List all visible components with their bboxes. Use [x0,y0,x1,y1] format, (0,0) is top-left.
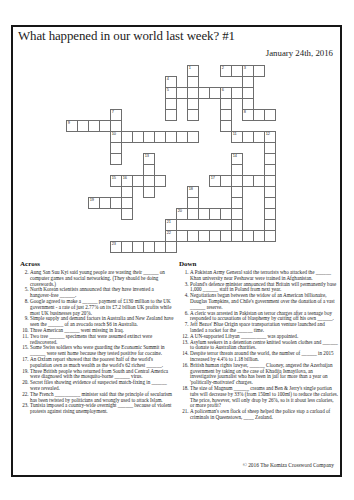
clue-number: 18. [179,386,190,409]
clue-number: 1. [179,270,190,282]
clue-text: Aung San Suu Kyi said young people are w… [30,270,175,287]
cell-number: 1 [189,66,191,70]
grid-cell[interactable] [187,131,199,143]
clue-item: 23.Tunisia imposed a country-wide overni… [20,403,175,415]
cell-number: 4 [167,77,169,81]
page-date: January 24th, 2016 [266,48,333,58]
cell-number: 5 [167,88,169,92]
clue-text: Google agreed to make a ______ payment o… [30,299,175,316]
across-clue-list: 2.Aung San Suu Kyi said young people are… [20,270,175,415]
grid-cell[interactable] [165,109,177,121]
cell-number: 3 [244,66,246,70]
grid-cell[interactable] [110,153,122,165]
cell-number: 10 [112,132,116,136]
clue-number: 8. [20,299,30,316]
crossword-worksheet-page: { "page": { "title": "What happened in o… [0,0,354,500]
clue-number: 21. [179,409,190,421]
clue-number: 14. [179,351,190,363]
clue-item: 18.The size of Magnum ______ creams and … [179,386,338,409]
clue-text: The size of Magnum ______ creams and Ben… [190,386,338,409]
cell-number: 20 [178,209,182,213]
grid-cell[interactable] [187,109,199,121]
grid-cell[interactable] [264,109,276,121]
clue-text: Secret files showing evidence of suspect… [30,380,175,392]
down-heading: Down [179,260,338,268]
clue-number: 2. [20,270,30,287]
cell-number: 12 [266,132,270,136]
clue-item: 14.Despite terror threats around the wor… [179,351,338,363]
clue-item: 16.British human rights lawyer, ______ C… [179,363,338,386]
cell-number: 13 [145,154,149,158]
clue-number: 23. [20,403,30,415]
grid-cell[interactable] [143,186,155,198]
clue-text: An Oxfam report showed that the poorest … [30,357,175,369]
cell-number: 11 [233,132,237,136]
clue-item: 20.Secret files showing evidence of susp… [20,380,175,392]
grid-cell[interactable] [264,230,276,242]
clue-item: 4.Negotiations began between the widow o… [179,293,338,310]
clue-item: 21.A policeman's own flock of sheep help… [179,409,338,421]
clue-item: 8.Google agreed to make a ______ payment… [20,299,175,316]
cell-number: 17 [211,176,215,180]
cell-number: 8 [244,110,246,114]
clue-number: 17. [20,357,30,369]
grid-cell[interactable] [253,65,265,77]
across-heading: Across [20,260,175,268]
clue-text: Despite terror threats around the world,… [190,351,338,363]
cell-number: 19 [90,198,94,202]
clue-number: 20. [20,380,30,392]
cell-number: 22 [167,231,171,235]
grid-cell[interactable] [165,241,177,253]
clue-text: Tunisia imposed a country-wide overnight… [30,403,175,415]
clue-number: 4. [179,293,190,310]
cell-number: 21 [167,220,171,224]
grid-cell[interactable] [154,175,166,187]
clue-text: A Pakistan Army General said the terrori… [190,270,338,282]
page-title: What happened in our world last week? #1 [18,29,235,44]
clue-text: British human rights lawyer, ______ Cloo… [190,363,338,386]
cell-number: 9 [68,121,70,125]
across-clues-section: Across 2.Aung San Suu Kyi said young peo… [20,260,175,415]
clue-item: 1.A Pakistan Army General said the terro… [179,270,338,282]
cell-number: 2 [222,66,224,70]
clue-item: 2.Aung San Suu Kyi said young people are… [20,270,175,287]
clue-item: 17.An Oxfam report showed that the poore… [20,357,175,369]
copyright-line: © 2016 The Komiza Crossword Company [243,462,334,468]
cell-number: 14 [233,154,237,158]
cell-number: 7 [112,110,114,114]
clue-text: Negotiations began between the widow of … [190,293,338,310]
down-clue-list: 1.A Pakistan Army General said the terro… [179,270,338,421]
cell-number: 16 [123,176,127,180]
cell-number: 23 [112,242,116,246]
clue-number: 16. [179,363,190,386]
clue-text: A policeman's own flock of sheep helped … [190,409,338,421]
cell-number: 18 [189,187,193,191]
cell-number: 6 [222,88,224,92]
crossword-grid: 1234567891011121314151617181920212223 [66,65,277,254]
cell-number: 15 [112,176,116,180]
grid-cell[interactable] [121,208,133,220]
down-clues-section: Down 1.A Pakistan Army General said the … [179,260,338,421]
